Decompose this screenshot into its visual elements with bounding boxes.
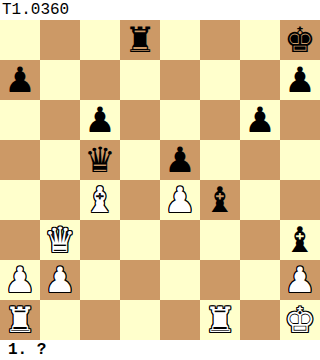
square-a6[interactable] [0, 100, 40, 140]
square-h6[interactable] [280, 100, 320, 140]
move-prompt: 1. ? [0, 340, 320, 360]
square-f4[interactable]: ♝ [200, 180, 240, 220]
square-h8[interactable]: ♚ [280, 20, 320, 60]
square-d5[interactable] [120, 140, 160, 180]
square-f3[interactable] [200, 220, 240, 260]
square-g8[interactable] [240, 20, 280, 60]
square-e8[interactable] [160, 20, 200, 60]
square-d7[interactable] [120, 60, 160, 100]
square-h4[interactable] [280, 180, 320, 220]
square-h2[interactable]: ♟ [280, 260, 320, 300]
square-e5[interactable]: ♟ [160, 140, 200, 180]
square-c2[interactable] [80, 260, 120, 300]
piece-white-king[interactable]: ♚ [284, 300, 315, 340]
square-g2[interactable] [240, 260, 280, 300]
square-a4[interactable] [0, 180, 40, 220]
piece-black-bishop[interactable]: ♝ [204, 180, 235, 220]
square-b2[interactable]: ♟ [40, 260, 80, 300]
square-h5[interactable] [280, 140, 320, 180]
square-c8[interactable] [80, 20, 120, 60]
square-a7[interactable]: ♟ [0, 60, 40, 100]
square-b6[interactable] [40, 100, 80, 140]
square-e4[interactable]: ♟ [160, 180, 200, 220]
piece-black-pawn[interactable]: ♟ [84, 100, 115, 140]
piece-black-queen[interactable]: ♛ [84, 140, 115, 180]
piece-white-rook[interactable]: ♜ [4, 300, 35, 340]
square-c6[interactable]: ♟ [80, 100, 120, 140]
square-e2[interactable] [160, 260, 200, 300]
square-d1[interactable] [120, 300, 160, 340]
piece-white-pawn[interactable]: ♟ [4, 260, 35, 300]
piece-white-bishop[interactable]: ♝ [84, 180, 115, 220]
square-d8[interactable]: ♜ [120, 20, 160, 60]
square-f5[interactable] [200, 140, 240, 180]
chess-puzzle-app: T1.0360 ♜♚♟♟♟♟♛♟♝♟♝♛♝♟♟♟♜♜♚ 1. ? [0, 0, 320, 360]
square-h1[interactable]: ♚ [280, 300, 320, 340]
piece-black-pawn[interactable]: ♟ [244, 100, 275, 140]
piece-black-bishop[interactable]: ♝ [284, 220, 315, 260]
square-c3[interactable] [80, 220, 120, 260]
piece-black-king[interactable]: ♚ [284, 20, 315, 60]
piece-white-pawn[interactable]: ♟ [44, 260, 75, 300]
square-a3[interactable] [0, 220, 40, 260]
square-e1[interactable] [160, 300, 200, 340]
piece-white-rook[interactable]: ♜ [204, 300, 235, 340]
square-g6[interactable]: ♟ [240, 100, 280, 140]
square-c4[interactable]: ♝ [80, 180, 120, 220]
square-e7[interactable] [160, 60, 200, 100]
square-h3[interactable]: ♝ [280, 220, 320, 260]
square-a5[interactable] [0, 140, 40, 180]
piece-white-pawn[interactable]: ♟ [284, 260, 315, 300]
square-b4[interactable] [40, 180, 80, 220]
square-g3[interactable] [240, 220, 280, 260]
square-f6[interactable] [200, 100, 240, 140]
puzzle-title: T1.0360 [0, 0, 320, 20]
square-f1[interactable]: ♜ [200, 300, 240, 340]
square-g5[interactable] [240, 140, 280, 180]
square-f7[interactable] [200, 60, 240, 100]
square-d4[interactable] [120, 180, 160, 220]
square-b8[interactable] [40, 20, 80, 60]
square-e3[interactable] [160, 220, 200, 260]
square-d2[interactable] [120, 260, 160, 300]
square-c1[interactable] [80, 300, 120, 340]
square-b1[interactable] [40, 300, 80, 340]
square-b3[interactable]: ♛ [40, 220, 80, 260]
square-d6[interactable] [120, 100, 160, 140]
square-a2[interactable]: ♟ [0, 260, 40, 300]
square-d3[interactable] [120, 220, 160, 260]
piece-black-pawn[interactable]: ♟ [284, 60, 315, 100]
square-a1[interactable]: ♜ [0, 300, 40, 340]
square-f2[interactable] [200, 260, 240, 300]
square-b7[interactable] [40, 60, 80, 100]
square-g1[interactable] [240, 300, 280, 340]
piece-black-pawn[interactable]: ♟ [4, 60, 35, 100]
square-g4[interactable] [240, 180, 280, 220]
chess-board: ♜♚♟♟♟♟♛♟♝♟♝♛♝♟♟♟♜♜♚ [0, 20, 320, 340]
square-c7[interactable] [80, 60, 120, 100]
square-f8[interactable] [200, 20, 240, 60]
square-h7[interactable]: ♟ [280, 60, 320, 100]
square-g7[interactable] [240, 60, 280, 100]
square-e6[interactable] [160, 100, 200, 140]
piece-black-rook[interactable]: ♜ [124, 20, 155, 60]
square-c5[interactable]: ♛ [80, 140, 120, 180]
square-b5[interactable] [40, 140, 80, 180]
piece-white-pawn[interactable]: ♟ [164, 180, 195, 220]
piece-white-queen[interactable]: ♛ [44, 220, 75, 260]
piece-black-pawn[interactable]: ♟ [164, 140, 195, 180]
square-a8[interactable] [0, 20, 40, 60]
